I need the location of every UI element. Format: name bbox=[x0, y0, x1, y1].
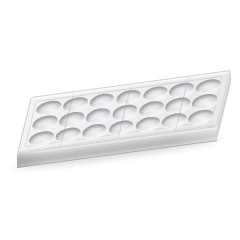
cavity-r3-c6 bbox=[160, 112, 188, 129]
cavity-cell bbox=[132, 115, 162, 134]
cavity-r3-c1 bbox=[27, 130, 55, 147]
cavity-cell bbox=[159, 111, 189, 130]
product-photo-canvas bbox=[0, 0, 240, 240]
cavity-r3-c2 bbox=[54, 126, 82, 143]
cavity-cell bbox=[79, 122, 109, 141]
cavity-cell bbox=[186, 107, 216, 126]
cavity-r3-c3 bbox=[81, 123, 109, 140]
cavity-cell bbox=[26, 129, 56, 148]
cavity-r3-c5 bbox=[134, 116, 162, 133]
cavity-r3-c7 bbox=[187, 108, 215, 125]
cavity-cell bbox=[53, 125, 83, 144]
